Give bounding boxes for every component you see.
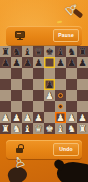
player-bar: Undo: [6, 140, 82, 159]
white-king-e1: ♚: [44, 123, 55, 134]
black-king-e8: ♚: [44, 46, 55, 57]
black-rook-h8: ♜: [77, 46, 88, 57]
piece-base-decoration: [73, 8, 84, 18]
pause-button[interactable]: Pause: [53, 29, 79, 42]
square-h7[interactable]: ♟: [77, 57, 88, 68]
square-d3[interactable]: [33, 101, 44, 112]
square-g5[interactable]: [66, 79, 77, 90]
square-g2[interactable]: ♟: [66, 112, 77, 123]
square-b1[interactable]: ♞: [11, 123, 22, 134]
black-knight-g8: ♞: [66, 46, 77, 57]
white-bishop-c1: ♝: [22, 123, 33, 134]
legal-move-dot-f4[interactable]: [58, 93, 63, 98]
square-c8[interactable]: ♝: [22, 46, 33, 57]
square-c3[interactable]: [22, 101, 33, 112]
white-knight-g1: ♞: [66, 123, 77, 134]
square-g4[interactable]: [66, 90, 77, 101]
black-bishop-f8: ♝: [55, 46, 66, 57]
black-queen-d8: ♛: [33, 46, 44, 57]
square-a5[interactable]: [0, 79, 11, 90]
held-piece-top-right: ♙: [58, 0, 86, 24]
square-d8[interactable]: ♛: [33, 46, 44, 57]
square-a1[interactable]: ♜: [0, 123, 11, 134]
black-pawn-d7: ♟: [33, 57, 44, 68]
square-e5[interactable]: ♟: [44, 79, 55, 90]
square-e4[interactable]: ♟: [44, 90, 55, 101]
square-e3[interactable]: [44, 101, 55, 112]
black-pawn-h7: ♟: [77, 57, 88, 68]
square-g3[interactable]: [66, 101, 77, 112]
hand-silhouette-bottom-right: [57, 160, 88, 182]
square-d7[interactable]: ♟: [33, 57, 44, 68]
black-pawn-c7: ♟: [22, 57, 33, 68]
white-pawn-d2: ♟: [33, 112, 44, 123]
square-b8[interactable]: ♞: [11, 46, 22, 57]
square-e1[interactable]: ♚: [44, 123, 55, 134]
square-b2[interactable]: ♟: [11, 112, 22, 123]
square-d6[interactable]: [33, 68, 44, 79]
black-pawn-b7: ♟: [11, 57, 22, 68]
square-c6[interactable]: [22, 68, 33, 79]
white-pawn-b2: ♟: [11, 112, 22, 123]
square-a4[interactable]: [0, 90, 11, 101]
square-c4[interactable]: [22, 90, 33, 101]
square-c7[interactable]: ♟: [22, 57, 33, 68]
black-bishop-c8: ♝: [22, 46, 33, 57]
square-h5[interactable]: [77, 79, 88, 90]
square-h6[interactable]: [77, 68, 88, 79]
square-f8[interactable]: ♝: [55, 46, 66, 57]
square-e6[interactable]: [44, 68, 55, 79]
square-f6[interactable]: [55, 68, 66, 79]
lock-icon: [16, 144, 24, 154]
spark-decoration: [57, 21, 62, 24]
square-g7[interactable]: ♟: [66, 57, 77, 68]
white-rook-h1: ♜: [77, 123, 88, 134]
square-h8[interactable]: ♜: [77, 46, 88, 57]
square-b3[interactable]: [11, 101, 22, 112]
square-c2[interactable]: ♟: [22, 112, 33, 123]
white-rook-a1: ♜: [0, 123, 11, 134]
monitor-icon[interactable]: [15, 31, 25, 40]
square-a8[interactable]: ♜: [0, 46, 11, 57]
legal-move-dot-f3[interactable]: [58, 104, 63, 109]
square-e7[interactable]: [44, 57, 55, 68]
square-b7[interactable]: ♟: [11, 57, 22, 68]
dark-glove-decoration: [6, 164, 29, 182]
square-g8[interactable]: ♞: [66, 46, 77, 57]
square-c1[interactable]: ♝: [22, 123, 33, 134]
square-d2[interactable]: ♟: [33, 112, 44, 123]
square-c5[interactable]: [22, 79, 33, 90]
white-piece-decoration-icon: ♙: [60, 0, 82, 20]
square-f3[interactable]: [55, 101, 66, 112]
undo-button[interactable]: Undo: [53, 143, 79, 156]
opponent-bar: Pause: [6, 26, 82, 45]
white-bishop-f1: ♝: [55, 123, 66, 134]
square-h3[interactable]: [77, 101, 88, 112]
square-f4[interactable]: [55, 90, 66, 101]
square-d1[interactable]: ♛: [33, 123, 44, 134]
square-f7[interactable]: ♟: [55, 57, 66, 68]
square-b4[interactable]: [11, 90, 22, 101]
square-f2[interactable]: ♟: [55, 112, 66, 123]
white-pawn-h2: ♟: [77, 112, 88, 123]
black-knight-b8: ♞: [11, 46, 22, 57]
square-d4[interactable]: [33, 90, 44, 101]
square-a7[interactable]: ♟: [0, 57, 11, 68]
square-g1[interactable]: ♞: [66, 123, 77, 134]
square-a3[interactable]: [0, 101, 11, 112]
black-pawn-a7: ♟: [0, 57, 11, 68]
hand-holding-piece-bottom-left: ♙: [6, 158, 36, 182]
black-rook-a8: ♜: [0, 46, 11, 57]
square-h2[interactable]: ♟: [77, 112, 88, 123]
square-a6[interactable]: [0, 68, 11, 79]
square-f5[interactable]: [55, 79, 66, 90]
square-b6[interactable]: [11, 68, 22, 79]
square-e8[interactable]: ♚: [44, 46, 55, 57]
chess-app-screen: ♙ Pause ♜♞♝♛♚♝♞♜♟♟♟♟♟♟♟♟♟♟♟♟♟♟♟♟♜♞♝♛♚♝♞♜…: [0, 0, 88, 182]
chess-board[interactable]: ♜♞♝♛♚♝♞♜♟♟♟♟♟♟♟♟♟♟♟♟♟♟♟♟♜♞♝♛♚♝♞♜: [0, 46, 88, 134]
square-e2[interactable]: [44, 112, 55, 123]
square-g6[interactable]: [66, 68, 77, 79]
black-pawn-e5: ♟: [44, 79, 55, 90]
black-pawn-g7: ♟: [66, 57, 77, 68]
black-hand-decoration: [55, 159, 88, 182]
white-pawn-f2: ♟: [55, 112, 66, 123]
white-pawn-g2: ♟: [66, 112, 77, 123]
white-pawn-a2: ♟: [0, 112, 11, 123]
white-knight-b1: ♞: [11, 123, 22, 134]
white-pawn-c2: ♟: [22, 112, 33, 123]
square-d5[interactable]: [33, 79, 44, 90]
black-pawn-f7: ♟: [55, 57, 66, 68]
square-a2[interactable]: ♟: [0, 112, 11, 123]
square-h1[interactable]: ♜: [77, 123, 88, 134]
square-h4[interactable]: [77, 90, 88, 101]
square-b5[interactable]: [11, 79, 22, 90]
square-f1[interactable]: ♝: [55, 123, 66, 134]
white-pawn-e4: ♟: [44, 90, 55, 101]
black-thumb-decoration: [53, 158, 66, 170]
white-queen-d1: ♛: [33, 123, 44, 134]
